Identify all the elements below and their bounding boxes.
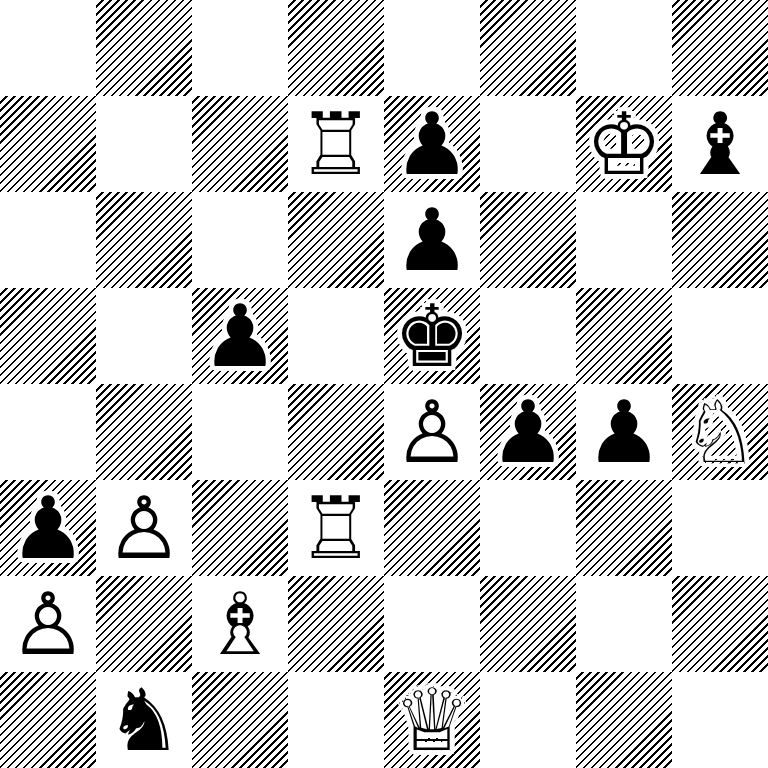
square-e3[interactable] <box>384 480 480 576</box>
square-d8[interactable] <box>288 0 384 96</box>
square-d5[interactable] <box>288 288 384 384</box>
white-knight: ♘ <box>681 384 758 480</box>
square-g2[interactable] <box>576 576 672 672</box>
black-pawn: ♟ <box>393 192 470 288</box>
square-c1[interactable] <box>192 672 288 768</box>
square-b2[interactable] <box>96 576 192 672</box>
black-pawn: ♟ <box>585 384 662 480</box>
white-pawn: ♙ <box>105 480 182 576</box>
square-h7[interactable]: ♝ <box>672 96 768 192</box>
square-g3[interactable] <box>576 480 672 576</box>
white-bishop: ♗ <box>201 576 278 672</box>
square-a8[interactable] <box>0 0 96 96</box>
square-f2[interactable] <box>480 576 576 672</box>
square-f7[interactable] <box>480 96 576 192</box>
square-f3[interactable] <box>480 480 576 576</box>
square-a4[interactable] <box>0 384 96 480</box>
square-g8[interactable] <box>576 0 672 96</box>
square-a2[interactable]: ♙ <box>0 576 96 672</box>
square-c3[interactable] <box>192 480 288 576</box>
square-e4[interactable]: ♙ <box>384 384 480 480</box>
square-c6[interactable] <box>192 192 288 288</box>
square-b6[interactable] <box>96 192 192 288</box>
square-c2[interactable]: ♗ <box>192 576 288 672</box>
square-h3[interactable] <box>672 480 768 576</box>
square-d3[interactable]: ♖ <box>288 480 384 576</box>
chessboard: ♖♟♔♝♟♟♚♙♟♟♘♟♙♖♙♗♞♕ <box>0 0 768 768</box>
black-knight: ♞ <box>105 672 182 768</box>
square-d7[interactable]: ♖ <box>288 96 384 192</box>
black-pawn: ♟ <box>201 288 278 384</box>
white-queen: ♕ <box>393 672 470 768</box>
square-b4[interactable] <box>96 384 192 480</box>
white-pawn: ♙ <box>393 384 470 480</box>
square-d4[interactable] <box>288 384 384 480</box>
square-b5[interactable] <box>96 288 192 384</box>
black-pawn: ♟ <box>489 384 566 480</box>
square-c5[interactable]: ♟ <box>192 288 288 384</box>
square-c7[interactable] <box>192 96 288 192</box>
square-a3[interactable]: ♟ <box>0 480 96 576</box>
white-rook: ♖ <box>297 480 374 576</box>
square-a6[interactable] <box>0 192 96 288</box>
square-b1[interactable]: ♞ <box>96 672 192 768</box>
square-f4[interactable]: ♟ <box>480 384 576 480</box>
square-h8[interactable] <box>672 0 768 96</box>
black-bishop: ♝ <box>681 96 758 192</box>
square-a1[interactable] <box>0 672 96 768</box>
square-h2[interactable] <box>672 576 768 672</box>
white-king: ♔ <box>585 96 662 192</box>
square-b7[interactable] <box>96 96 192 192</box>
square-h4[interactable]: ♘ <box>672 384 768 480</box>
square-e7[interactable]: ♟ <box>384 96 480 192</box>
square-d1[interactable] <box>288 672 384 768</box>
white-pawn: ♙ <box>9 576 86 672</box>
square-e2[interactable] <box>384 576 480 672</box>
square-f6[interactable] <box>480 192 576 288</box>
square-h1[interactable] <box>672 672 768 768</box>
square-e5[interactable]: ♚ <box>384 288 480 384</box>
white-rook: ♖ <box>297 96 374 192</box>
square-c8[interactable] <box>192 0 288 96</box>
square-a7[interactable] <box>0 96 96 192</box>
black-pawn: ♟ <box>9 480 86 576</box>
square-g7[interactable]: ♔ <box>576 96 672 192</box>
black-pawn: ♟ <box>393 96 470 192</box>
square-e1[interactable]: ♕ <box>384 672 480 768</box>
square-e8[interactable] <box>384 0 480 96</box>
square-b3[interactable]: ♙ <box>96 480 192 576</box>
square-h5[interactable] <box>672 288 768 384</box>
square-g6[interactable] <box>576 192 672 288</box>
square-b8[interactable] <box>96 0 192 96</box>
square-c4[interactable] <box>192 384 288 480</box>
black-king: ♚ <box>393 288 470 384</box>
square-f5[interactable] <box>480 288 576 384</box>
square-f8[interactable] <box>480 0 576 96</box>
square-d2[interactable] <box>288 576 384 672</box>
square-d6[interactable] <box>288 192 384 288</box>
square-h6[interactable] <box>672 192 768 288</box>
square-g5[interactable] <box>576 288 672 384</box>
square-f1[interactable] <box>480 672 576 768</box>
square-a5[interactable] <box>0 288 96 384</box>
square-g1[interactable] <box>576 672 672 768</box>
square-e6[interactable]: ♟ <box>384 192 480 288</box>
square-g4[interactable]: ♟ <box>576 384 672 480</box>
